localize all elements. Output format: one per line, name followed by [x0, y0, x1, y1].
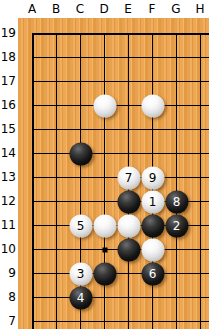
row-label: 9 [8, 266, 16, 280]
grid-line-vertical [56, 33, 57, 329]
grid-line-horizontal [32, 81, 209, 82]
move-number: 6 [149, 268, 157, 280]
black-stone-D9 [93, 262, 116, 285]
column-label: F [149, 2, 156, 16]
go-diagram: ABCDEFGH 19181716151413121110987 7918523… [0, 0, 209, 329]
grid-line-horizontal [32, 321, 209, 322]
black-stone-E12 [117, 190, 140, 213]
white-stone-E13: 7 [117, 166, 140, 189]
row-label: 18 [1, 50, 16, 64]
row-label: 13 [1, 170, 16, 184]
column-label: D [99, 2, 108, 16]
black-stone-C8: 4 [69, 286, 92, 309]
black-stone-G11: 2 [165, 214, 188, 237]
white-stone-F13: 9 [141, 166, 164, 189]
row-label: 11 [1, 218, 16, 232]
column-label: A [28, 2, 36, 16]
grid-line-horizontal [32, 129, 209, 130]
move-number: 2 [173, 220, 181, 232]
grid-line-horizontal [32, 33, 209, 35]
star-point [102, 247, 107, 252]
row-labels: 19181716151413121110987 [0, 18, 18, 329]
black-stone-G12: 8 [165, 190, 188, 213]
white-stone-D16 [93, 94, 116, 117]
row-label: 10 [1, 242, 16, 256]
row-label: 19 [1, 26, 16, 40]
grid-line-horizontal [32, 297, 209, 298]
move-number: 5 [77, 220, 85, 232]
white-stone-E11 [117, 214, 140, 237]
move-number: 8 [173, 196, 181, 208]
board-surface[interactable]: 791852364 [18, 18, 209, 329]
column-label: B [52, 2, 60, 16]
grid-line-vertical [200, 33, 201, 329]
grid-line-horizontal [32, 105, 209, 106]
grid-line-vertical [176, 33, 177, 329]
white-stone-F16 [141, 94, 164, 117]
column-label: G [171, 2, 180, 16]
row-label: 16 [1, 98, 16, 112]
column-labels: ABCDEFGH [0, 0, 209, 18]
move-number: 3 [77, 268, 85, 280]
move-number: 7 [125, 172, 133, 184]
grid-line-vertical [32, 33, 34, 329]
column-label: C [76, 2, 84, 16]
grid-line-horizontal [32, 57, 209, 58]
grid-line-horizontal [32, 273, 209, 274]
column-label: H [195, 2, 204, 16]
black-stone-F11 [141, 214, 164, 237]
row-label: 17 [1, 74, 16, 88]
white-stone-C9: 3 [69, 262, 92, 285]
row-label: 15 [1, 122, 16, 136]
row-label: 7 [8, 314, 16, 328]
column-label: E [124, 2, 132, 16]
move-number: 4 [77, 292, 85, 304]
row-label: 12 [1, 194, 16, 208]
row-label: 8 [8, 290, 16, 304]
white-stone-F12: 1 [141, 190, 164, 213]
white-stone-F10 [141, 238, 164, 261]
black-stone-C14 [69, 142, 92, 165]
black-stone-F9: 6 [141, 262, 164, 285]
move-number: 9 [149, 172, 157, 184]
row-label: 14 [1, 146, 16, 160]
white-stone-D11 [93, 214, 116, 237]
black-stone-E10 [117, 238, 140, 261]
grid-line-horizontal [32, 153, 209, 154]
white-stone-C11: 5 [69, 214, 92, 237]
move-number: 1 [149, 196, 157, 208]
